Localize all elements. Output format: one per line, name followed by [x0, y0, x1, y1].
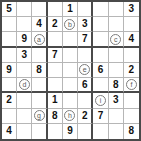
given-digit: 7: [82, 34, 88, 44]
cell-r4c3[interactable]: [32, 48, 47, 63]
cell-r3c1[interactable]: [2, 32, 17, 47]
cell-r9c1[interactable]: 4: [2, 124, 17, 139]
cell-r6c8[interactable]: 8: [109, 78, 124, 93]
cell-r4c2[interactable]: 3: [17, 48, 32, 63]
cell-r2c8[interactable]: [109, 17, 124, 32]
given-digit: 2: [82, 111, 88, 121]
cell-r2c4[interactable]: 2: [48, 17, 63, 32]
given-digit: 3: [113, 95, 119, 105]
cell-r1c2[interactable]: [17, 2, 32, 17]
cell-r2c9[interactable]: [124, 17, 139, 32]
given-digit: 4: [129, 34, 135, 44]
cell-r2c2[interactable]: [17, 17, 32, 32]
given-digit: 5: [6, 4, 12, 14]
cell-r6c1[interactable]: [2, 78, 17, 93]
given-digit: 8: [52, 111, 58, 121]
cell-r5c1[interactable]: 9: [2, 63, 17, 78]
given-digit: 2: [6, 95, 12, 105]
cell-r6c2[interactable]: d: [17, 78, 32, 93]
cell-r9c3[interactable]: [32, 124, 47, 139]
cell-r7c3[interactable]: [32, 93, 47, 108]
cell-r8c9[interactable]: [124, 109, 139, 124]
cell-r3c4[interactable]: [48, 32, 63, 47]
circled-letter-a: a: [34, 34, 45, 45]
cell-r9c5[interactable]: 9: [63, 124, 78, 139]
cell-r8c8[interactable]: [109, 109, 124, 124]
cell-r7c2[interactable]: [17, 93, 32, 108]
cell-r3c3[interactable]: a: [32, 32, 47, 47]
cell-r6c3[interactable]: [32, 78, 47, 93]
cell-r7c5[interactable]: [63, 93, 78, 108]
given-digit: 7: [52, 50, 58, 60]
cell-r2c1[interactable]: [2, 17, 17, 32]
cell-r8c4[interactable]: 8: [48, 109, 63, 124]
cell-r5c5[interactable]: [63, 63, 78, 78]
given-digit: 9: [22, 34, 28, 44]
given-digit: 3: [129, 4, 135, 14]
cell-r6c6[interactable]: 6: [78, 78, 93, 93]
given-digit: 8: [129, 126, 135, 136]
given-digit: 2: [52, 19, 58, 29]
cell-r5c3[interactable]: 8: [32, 63, 47, 78]
given-digit: 3: [22, 50, 28, 60]
given-digit: 2: [129, 65, 135, 75]
cell-r3c2[interactable]: 9: [17, 32, 32, 47]
cell-r4c9[interactable]: [124, 48, 139, 63]
cell-r9c9[interactable]: 8: [124, 124, 139, 139]
circled-letter-f: f: [126, 79, 137, 90]
cell-r5c6[interactable]: e: [78, 63, 93, 78]
cell-r6c7[interactable]: [93, 78, 108, 93]
given-digit: 6: [98, 65, 104, 75]
cell-r3c6[interactable]: 7: [78, 32, 93, 47]
cell-r1c6[interactable]: [78, 2, 93, 17]
cell-r5c9[interactable]: 2: [124, 63, 139, 78]
cell-r3c8[interactable]: c: [109, 32, 124, 47]
cell-r1c3[interactable]: [32, 2, 47, 17]
given-digit: 8: [36, 65, 42, 75]
cell-r1c7[interactable]: [93, 2, 108, 17]
cell-r1c5[interactable]: 1: [63, 2, 78, 17]
cell-r4c5[interactable]: [63, 48, 78, 63]
cell-r7c7[interactable]: i: [93, 93, 108, 108]
given-digit: 9: [6, 65, 12, 75]
cell-r8c5[interactable]: h: [63, 109, 78, 124]
cell-r6c9[interactable]: f: [124, 78, 139, 93]
cell-r9c6[interactable]: [78, 124, 93, 139]
cell-r4c4[interactable]: 7: [48, 48, 63, 63]
cell-r3c7[interactable]: [93, 32, 108, 47]
given-digit: 6: [82, 80, 88, 90]
cell-r7c1[interactable]: 2: [2, 93, 17, 108]
cell-r5c7[interactable]: 6: [93, 63, 108, 78]
cell-r2c6[interactable]: 3: [78, 17, 93, 32]
cell-r8c3[interactable]: g: [32, 109, 47, 124]
cell-r7c8[interactable]: 3: [109, 93, 124, 108]
cell-r8c6[interactable]: 2: [78, 109, 93, 124]
circled-letter-g: g: [34, 110, 45, 121]
cell-r5c8[interactable]: [109, 63, 124, 78]
circled-letter-b: b: [64, 19, 75, 30]
cell-r2c7[interactable]: [93, 17, 108, 32]
circled-letter-c: c: [110, 34, 121, 45]
cell-r6c4[interactable]: [48, 78, 63, 93]
given-digit: 9: [67, 126, 73, 136]
cell-r8c1[interactable]: [2, 109, 17, 124]
cell-r4c6[interactable]: [78, 48, 93, 63]
cell-r1c9[interactable]: 3: [124, 2, 139, 17]
given-digit: 7: [98, 111, 104, 121]
cell-r3c9[interactable]: 4: [124, 32, 139, 47]
cell-r1c1[interactable]: 5: [2, 2, 17, 17]
circled-letter-i: i: [95, 95, 106, 106]
circled-letter-e: e: [79, 64, 90, 75]
circled-letter-d: d: [19, 79, 30, 90]
cell-r7c6[interactable]: [78, 93, 93, 108]
cell-r7c4[interactable]: 1: [48, 93, 63, 108]
given-digit: 4: [36, 19, 42, 29]
cell-r4c7[interactable]: [93, 48, 108, 63]
given-digit: 3: [82, 19, 88, 29]
cell-r5c2[interactable]: [17, 63, 32, 78]
given-digit: 1: [52, 95, 58, 105]
cell-r3c5[interactable]: [63, 32, 78, 47]
cell-r2c3[interactable]: 4: [32, 17, 47, 32]
cell-r9c7[interactable]: [93, 124, 108, 139]
sudoku-stage: 51342b39a7c43798e62d68f21i3g8h27498: [0, 0, 141, 141]
cell-r4c8[interactable]: [109, 48, 124, 63]
cell-r5c4[interactable]: [48, 63, 63, 78]
cell-r9c4[interactable]: [48, 124, 63, 139]
cell-r9c8[interactable]: [109, 124, 124, 139]
cell-r1c4[interactable]: [48, 2, 63, 17]
cell-r2c5[interactable]: b: [63, 17, 78, 32]
cell-r4c1[interactable]: [2, 48, 17, 63]
cell-r8c7[interactable]: 7: [93, 109, 108, 124]
given-digit: 4: [6, 126, 12, 136]
given-digit: 1: [67, 4, 73, 14]
cell-r9c2[interactable]: [17, 124, 32, 139]
sudoku-board: 51342b39a7c43798e62d68f21i3g8h27498: [0, 0, 141, 141]
cell-r8c2[interactable]: [17, 109, 32, 124]
cell-r6c5[interactable]: [63, 78, 78, 93]
circled-letter-h: h: [64, 110, 75, 121]
cell-r7c9[interactable]: [124, 93, 139, 108]
cell-r1c8[interactable]: [109, 2, 124, 17]
given-digit: 8: [113, 80, 119, 90]
